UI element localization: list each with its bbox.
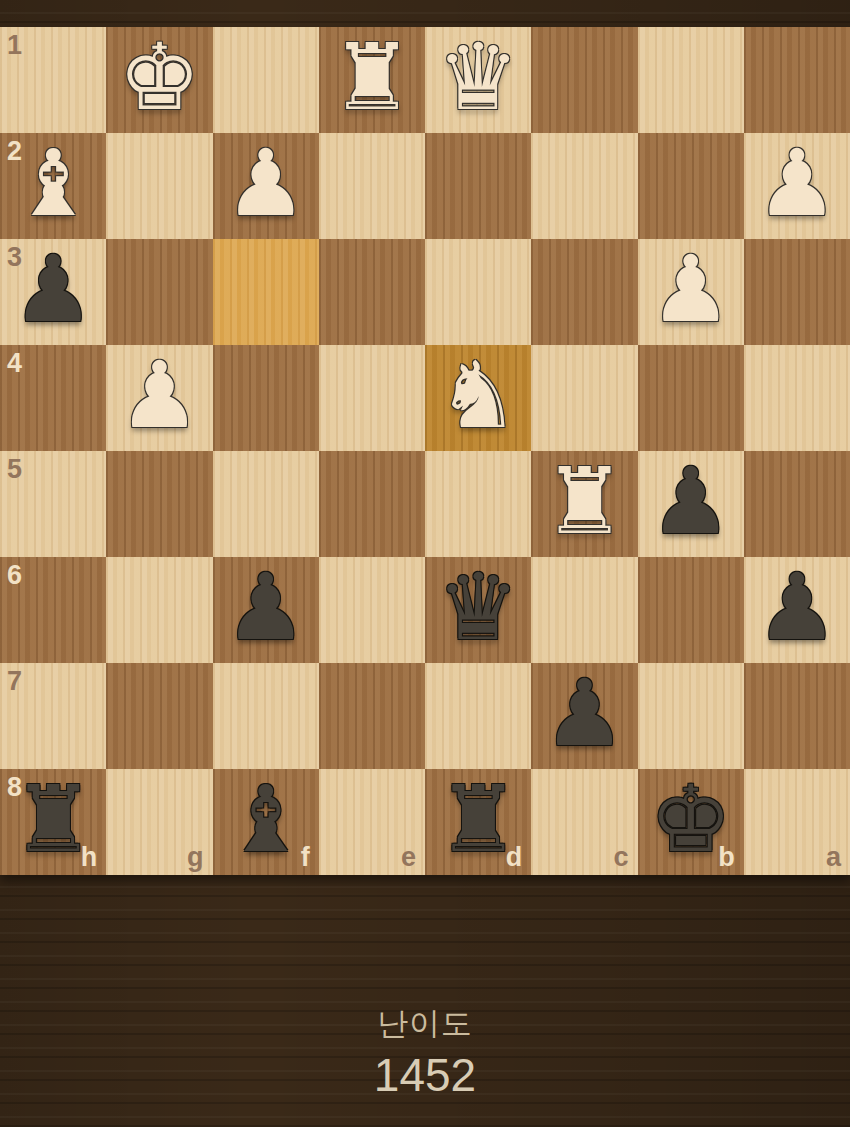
rank-label-7: 7 bbox=[7, 666, 22, 697]
square-c3[interactable] bbox=[531, 239, 637, 345]
square-b7[interactable] bbox=[638, 663, 744, 769]
black-rook-h8[interactable]: ♜ bbox=[12, 774, 94, 866]
square-f3[interactable] bbox=[213, 239, 319, 345]
file-label-a: a bbox=[826, 842, 841, 873]
square-a7[interactable] bbox=[744, 663, 850, 769]
black-pawn-h3[interactable]: ♟ bbox=[12, 244, 94, 336]
square-b5[interactable]: ♟ bbox=[638, 451, 744, 557]
square-b1[interactable] bbox=[638, 27, 744, 133]
square-a8[interactable]: a bbox=[744, 769, 850, 875]
square-f4[interactable] bbox=[213, 345, 319, 451]
square-e5[interactable] bbox=[319, 451, 425, 557]
square-h1[interactable]: 1 bbox=[0, 27, 106, 133]
square-d1[interactable]: ♛ bbox=[425, 27, 531, 133]
rank-label-1: 1 bbox=[7, 30, 22, 61]
black-pawn-c7[interactable]: ♟ bbox=[543, 668, 625, 760]
rank-label-4: 4 bbox=[7, 348, 22, 379]
square-e3[interactable] bbox=[319, 239, 425, 345]
square-e2[interactable] bbox=[319, 133, 425, 239]
rank-label-6: 6 bbox=[7, 560, 22, 591]
square-b3[interactable]: ♟ bbox=[638, 239, 744, 345]
square-h7[interactable]: 7 bbox=[0, 663, 106, 769]
square-g1[interactable]: ♚ bbox=[106, 27, 212, 133]
black-king-b8[interactable]: ♚ bbox=[649, 774, 731, 866]
square-d6[interactable]: ♛ bbox=[425, 557, 531, 663]
square-g7[interactable] bbox=[106, 663, 212, 769]
square-c5[interactable]: ♜ bbox=[531, 451, 637, 557]
square-d8[interactable]: d♜ bbox=[425, 769, 531, 875]
file-label-c: c bbox=[613, 842, 628, 873]
square-h4[interactable]: 4 bbox=[0, 345, 106, 451]
square-f8[interactable]: f♝ bbox=[213, 769, 319, 875]
square-b6[interactable] bbox=[638, 557, 744, 663]
difficulty-label: 난이도 bbox=[0, 1003, 850, 1045]
square-h6[interactable]: 6 bbox=[0, 557, 106, 663]
square-g4[interactable]: ♟ bbox=[106, 345, 212, 451]
square-g3[interactable] bbox=[106, 239, 212, 345]
square-c6[interactable] bbox=[531, 557, 637, 663]
white-rook-c5[interactable]: ♜ bbox=[543, 456, 625, 548]
black-pawn-f6[interactable]: ♟ bbox=[224, 562, 306, 654]
square-c7[interactable]: ♟ bbox=[531, 663, 637, 769]
square-d3[interactable] bbox=[425, 239, 531, 345]
square-d2[interactable] bbox=[425, 133, 531, 239]
square-e1[interactable]: ♜ bbox=[319, 27, 425, 133]
square-f2[interactable]: ♟ bbox=[213, 133, 319, 239]
square-g2[interactable] bbox=[106, 133, 212, 239]
square-h8[interactable]: 8h♜ bbox=[0, 769, 106, 875]
square-c8[interactable]: c bbox=[531, 769, 637, 875]
square-c1[interactable] bbox=[531, 27, 637, 133]
square-a6[interactable]: ♟ bbox=[744, 557, 850, 663]
black-pawn-a6[interactable]: ♟ bbox=[756, 562, 838, 654]
square-f1[interactable] bbox=[213, 27, 319, 133]
square-h5[interactable]: 5 bbox=[0, 451, 106, 557]
square-b2[interactable] bbox=[638, 133, 744, 239]
white-pawn-b3[interactable]: ♟ bbox=[649, 244, 731, 336]
square-g8[interactable]: g bbox=[106, 769, 212, 875]
square-g5[interactable] bbox=[106, 451, 212, 557]
black-bishop-f8[interactable]: ♝ bbox=[224, 774, 306, 866]
square-a3[interactable] bbox=[744, 239, 850, 345]
black-pawn-b5[interactable]: ♟ bbox=[649, 456, 731, 548]
square-e6[interactable] bbox=[319, 557, 425, 663]
black-queen-d6[interactable]: ♛ bbox=[437, 562, 519, 654]
square-d7[interactable] bbox=[425, 663, 531, 769]
white-pawn-f2[interactable]: ♟ bbox=[224, 138, 306, 230]
square-b4[interactable] bbox=[638, 345, 744, 451]
chess-board[interactable]: 1♚♜♛2♝♟♟3♟♟4♟♞5♜♟6♟♛♟7♟8h♜gf♝ed♜cb♚a bbox=[0, 27, 850, 875]
rank-label-5: 5 bbox=[7, 454, 22, 485]
white-queen-d1[interactable]: ♛ bbox=[437, 32, 519, 124]
white-king-g1[interactable]: ♚ bbox=[118, 32, 200, 124]
square-h2[interactable]: 2♝ bbox=[0, 133, 106, 239]
square-g6[interactable] bbox=[106, 557, 212, 663]
white-rook-e1[interactable]: ♜ bbox=[331, 32, 413, 124]
square-f7[interactable] bbox=[213, 663, 319, 769]
white-pawn-g4[interactable]: ♟ bbox=[118, 350, 200, 442]
square-e7[interactable] bbox=[319, 663, 425, 769]
square-h3[interactable]: 3♟ bbox=[0, 239, 106, 345]
white-pawn-a2[interactable]: ♟ bbox=[756, 138, 838, 230]
white-knight-d4[interactable]: ♞ bbox=[437, 350, 519, 442]
difficulty-rating: 1452 bbox=[0, 1048, 850, 1102]
square-f6[interactable]: ♟ bbox=[213, 557, 319, 663]
square-e8[interactable]: e bbox=[319, 769, 425, 875]
square-b8[interactable]: b♚ bbox=[638, 769, 744, 875]
square-c4[interactable] bbox=[531, 345, 637, 451]
square-d4[interactable]: ♞ bbox=[425, 345, 531, 451]
square-a1[interactable] bbox=[744, 27, 850, 133]
file-label-e: e bbox=[401, 842, 416, 873]
square-a4[interactable] bbox=[744, 345, 850, 451]
square-d5[interactable] bbox=[425, 451, 531, 557]
square-c2[interactable] bbox=[531, 133, 637, 239]
square-a2[interactable]: ♟ bbox=[744, 133, 850, 239]
square-e4[interactable] bbox=[319, 345, 425, 451]
black-rook-d8[interactable]: ♜ bbox=[437, 774, 519, 866]
square-f5[interactable] bbox=[213, 451, 319, 557]
file-label-g: g bbox=[187, 842, 204, 873]
white-bishop-h2[interactable]: ♝ bbox=[12, 138, 94, 230]
square-a5[interactable] bbox=[744, 451, 850, 557]
